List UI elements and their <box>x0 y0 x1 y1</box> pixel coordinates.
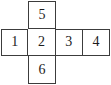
net-cell-1: 1 <box>1 29 28 57</box>
net-cell-4: 4 <box>83 29 110 57</box>
net-cell-6: 6 <box>28 56 55 84</box>
net-cell-2: 2 <box>28 29 55 57</box>
cube-net-diagram: 5 1 2 3 4 6 <box>0 0 111 85</box>
net-cell-5: 5 <box>28 1 55 29</box>
empty-cell <box>83 1 110 29</box>
net-cell-3: 3 <box>56 29 83 57</box>
cube-net-board: 5 1 2 3 4 6 <box>1 1 111 84</box>
empty-cell <box>1 1 28 29</box>
empty-cell <box>56 56 83 84</box>
empty-cell <box>83 56 110 84</box>
empty-cell <box>56 1 83 29</box>
empty-cell <box>1 56 28 84</box>
